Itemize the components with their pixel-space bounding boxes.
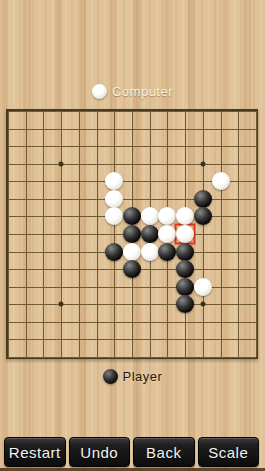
grid-line-horizontal bbox=[8, 357, 256, 358]
grid-line-vertical bbox=[238, 111, 239, 357]
stone-white bbox=[141, 207, 159, 225]
stone-white bbox=[123, 243, 141, 261]
stone-black bbox=[123, 207, 141, 225]
black-stone-icon bbox=[103, 369, 118, 384]
stone-black bbox=[194, 207, 212, 225]
stone-white bbox=[212, 172, 230, 190]
stone-white bbox=[194, 278, 212, 296]
stone-white bbox=[176, 207, 194, 225]
stone-black bbox=[123, 225, 141, 243]
human-player-row: Player bbox=[0, 369, 265, 384]
stone-white bbox=[158, 225, 176, 243]
stone-black bbox=[194, 190, 212, 208]
grid-line-horizontal bbox=[8, 339, 256, 340]
star-point bbox=[59, 161, 64, 166]
stone-black bbox=[158, 243, 176, 261]
computer-player-row: Computer bbox=[0, 84, 265, 99]
grid-line-horizontal bbox=[8, 287, 256, 288]
stone-white bbox=[158, 207, 176, 225]
gomoku-board[interactable] bbox=[6, 109, 258, 359]
stone-white bbox=[141, 243, 159, 261]
stone-white bbox=[105, 172, 123, 190]
grid-line-vertical bbox=[221, 111, 222, 357]
player-label: Player bbox=[123, 369, 163, 384]
grid-line-vertical bbox=[203, 111, 204, 357]
grid-line-horizontal bbox=[8, 304, 256, 305]
app-background: Computer Player Restart Undo Back Scale bbox=[0, 0, 265, 471]
stone-black bbox=[105, 243, 123, 261]
scale-button[interactable]: Scale bbox=[198, 437, 260, 467]
stone-white bbox=[176, 225, 194, 243]
white-stone-icon bbox=[92, 84, 107, 99]
stone-black bbox=[141, 225, 159, 243]
restart-button[interactable]: Restart bbox=[4, 437, 66, 467]
grid-line-vertical bbox=[256, 111, 257, 357]
stone-black bbox=[176, 278, 194, 296]
grid-line-horizontal bbox=[8, 322, 256, 323]
stone-black bbox=[123, 260, 141, 278]
stone-black bbox=[176, 243, 194, 261]
toolbar: Restart Undo Back Scale bbox=[0, 437, 265, 467]
star-point bbox=[200, 302, 205, 307]
stone-white bbox=[105, 190, 123, 208]
stone-black bbox=[176, 260, 194, 278]
star-point bbox=[59, 302, 64, 307]
computer-label: Computer bbox=[112, 84, 173, 99]
stone-white bbox=[105, 207, 123, 225]
star-point bbox=[200, 161, 205, 166]
undo-button[interactable]: Undo bbox=[69, 437, 131, 467]
back-button[interactable]: Back bbox=[133, 437, 195, 467]
stone-black bbox=[176, 295, 194, 313]
